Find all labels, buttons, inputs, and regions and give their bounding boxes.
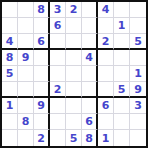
- cell-r9c5[interactable]: 5: [66, 130, 82, 146]
- cell-r4c6[interactable]: 4: [82, 50, 98, 66]
- cell-r1c2[interactable]: [18, 2, 34, 18]
- cell-r8c6[interactable]: 6: [82, 114, 98, 130]
- cell-r4c3[interactable]: [34, 50, 50, 66]
- sudoku-board: 8324614625894512591963862581: [0, 0, 148, 148]
- cell-r7c7[interactable]: 6: [98, 98, 114, 114]
- cell-r5c2[interactable]: [18, 66, 34, 82]
- cell-r3c2[interactable]: [18, 34, 34, 50]
- cell-r1c6[interactable]: [82, 2, 98, 18]
- cell-r2c7[interactable]: [98, 18, 114, 34]
- cell-r3c9[interactable]: 5: [130, 34, 146, 50]
- cell-r1c7[interactable]: 4: [98, 2, 114, 18]
- cell-r5c3[interactable]: [34, 66, 50, 82]
- cell-r2c2[interactable]: [18, 18, 34, 34]
- cell-r2c9[interactable]: [130, 18, 146, 34]
- cell-r9c8[interactable]: [114, 130, 130, 146]
- cell-r2c5[interactable]: [66, 18, 82, 34]
- cell-r3c1[interactable]: 4: [2, 34, 18, 50]
- cell-r6c6[interactable]: [82, 82, 98, 98]
- cell-r6c3[interactable]: [34, 82, 50, 98]
- cell-r7c6[interactable]: [82, 98, 98, 114]
- cell-r8c7[interactable]: [98, 114, 114, 130]
- cell-r3c7[interactable]: 2: [98, 34, 114, 50]
- cell-r9c4[interactable]: [50, 130, 66, 146]
- cell-r9c6[interactable]: 8: [82, 130, 98, 146]
- cell-r3c8[interactable]: [114, 34, 130, 50]
- cell-r2c6[interactable]: [82, 18, 98, 34]
- cell-r7c4[interactable]: [50, 98, 66, 114]
- cell-r7c2[interactable]: [18, 98, 34, 114]
- cell-r9c9[interactable]: [130, 130, 146, 146]
- cell-r7c5[interactable]: [66, 98, 82, 114]
- cell-r4c4[interactable]: [50, 50, 66, 66]
- cell-r9c1[interactable]: [2, 130, 18, 146]
- cell-r4c5[interactable]: [66, 50, 82, 66]
- cell-r4c7[interactable]: [98, 50, 114, 66]
- cell-r2c3[interactable]: [34, 18, 50, 34]
- cell-r2c4[interactable]: 6: [50, 18, 66, 34]
- cell-r5c1[interactable]: 5: [2, 66, 18, 82]
- cell-r3c3[interactable]: 6: [34, 34, 50, 50]
- cell-r8c3[interactable]: [34, 114, 50, 130]
- cell-r5c8[interactable]: [114, 66, 130, 82]
- cell-r4c2[interactable]: 9: [18, 50, 34, 66]
- cell-r9c3[interactable]: 2: [34, 130, 50, 146]
- cell-r5c5[interactable]: [66, 66, 82, 82]
- cell-r9c7[interactable]: 1: [98, 130, 114, 146]
- cell-r3c5[interactable]: [66, 34, 82, 50]
- cell-r3c4[interactable]: [50, 34, 66, 50]
- cell-r6c9[interactable]: 9: [130, 82, 146, 98]
- cell-r1c8[interactable]: [114, 2, 130, 18]
- cell-r5c9[interactable]: 1: [130, 66, 146, 82]
- cell-r6c1[interactable]: [2, 82, 18, 98]
- cell-r8c1[interactable]: [2, 114, 18, 130]
- cell-r8c4[interactable]: [50, 114, 66, 130]
- cell-r8c2[interactable]: 8: [18, 114, 34, 130]
- cell-r3c6[interactable]: [82, 34, 98, 50]
- cell-r7c8[interactable]: [114, 98, 130, 114]
- cell-r1c9[interactable]: [130, 2, 146, 18]
- cell-r1c1[interactable]: [2, 2, 18, 18]
- cell-r6c4[interactable]: 2: [50, 82, 66, 98]
- cell-r8c5[interactable]: [66, 114, 82, 130]
- cell-r5c6[interactable]: [82, 66, 98, 82]
- cell-r1c3[interactable]: 8: [34, 2, 50, 18]
- cell-r6c8[interactable]: 5: [114, 82, 130, 98]
- cell-r1c5[interactable]: 2: [66, 2, 82, 18]
- cell-r2c1[interactable]: [2, 18, 18, 34]
- cell-r8c9[interactable]: [130, 114, 146, 130]
- cell-r7c1[interactable]: 1: [2, 98, 18, 114]
- cell-r4c9[interactable]: [130, 50, 146, 66]
- cell-r7c3[interactable]: 9: [34, 98, 50, 114]
- cell-r5c4[interactable]: [50, 66, 66, 82]
- cell-r1c4[interactable]: 3: [50, 2, 66, 18]
- cell-r9c2[interactable]: [18, 130, 34, 146]
- cell-r6c7[interactable]: [98, 82, 114, 98]
- cell-r4c1[interactable]: 8: [2, 50, 18, 66]
- cell-r7c9[interactable]: 3: [130, 98, 146, 114]
- cell-r6c5[interactable]: [66, 82, 82, 98]
- cell-r6c2[interactable]: [18, 82, 34, 98]
- cell-r2c8[interactable]: 1: [114, 18, 130, 34]
- cell-r8c8[interactable]: [114, 114, 130, 130]
- cell-r5c7[interactable]: [98, 66, 114, 82]
- cell-r4c8[interactable]: [114, 50, 130, 66]
